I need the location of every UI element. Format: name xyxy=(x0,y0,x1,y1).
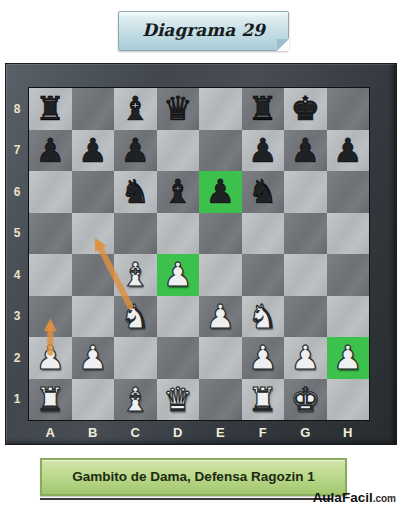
square-g5[interactable] xyxy=(284,213,327,255)
white-rook-f1: ♜ xyxy=(248,383,278,416)
watermark: AulaFacil.com xyxy=(313,488,396,506)
square-b4[interactable] xyxy=(72,254,115,296)
white-bishop-c4: ♝ xyxy=(120,258,150,291)
black-bishop-c8: ♝ xyxy=(120,92,150,125)
square-h3[interactable] xyxy=(327,296,370,338)
black-knight-c6: ♞ xyxy=(120,175,150,208)
square-f3[interactable]: ♞ xyxy=(242,296,285,338)
square-d6[interactable]: ♝ xyxy=(157,171,200,213)
square-e7[interactable] xyxy=(199,130,242,172)
chess-board: 87654321 ♜♝♛♜♚♟♟♟♟♟♟♞♝♟♞♝♟♞♟♞♟♟♟♟♟♜♝♛♜♚ … xyxy=(5,63,397,445)
black-pawn-c7: ♟ xyxy=(120,134,150,167)
black-bishop-d6: ♝ xyxy=(163,175,193,208)
square-a2[interactable]: ♟ xyxy=(29,337,72,379)
square-g4[interactable] xyxy=(284,254,327,296)
black-rook-a8: ♜ xyxy=(35,92,65,125)
white-knight-f3: ♞ xyxy=(248,300,278,333)
square-b7[interactable]: ♟ xyxy=(72,130,115,172)
square-b3[interactable] xyxy=(72,296,115,338)
square-e2[interactable] xyxy=(199,337,242,379)
white-king-g1: ♚ xyxy=(290,383,320,416)
black-king-g8: ♚ xyxy=(290,92,320,125)
white-pawn-a2: ♟ xyxy=(35,341,65,374)
square-c5[interactable] xyxy=(114,213,157,255)
square-b6[interactable] xyxy=(72,171,115,213)
file-label-b: B xyxy=(72,421,115,444)
white-pawn-e3: ♟ xyxy=(205,300,235,333)
square-f6[interactable]: ♞ xyxy=(242,171,285,213)
square-f7[interactable]: ♟ xyxy=(242,130,285,172)
diagram-title: Diagrama 29 xyxy=(119,12,288,49)
title-box: Diagrama 29 xyxy=(118,11,289,51)
square-a7[interactable]: ♟ xyxy=(29,130,72,172)
black-pawn-g7: ♟ xyxy=(290,134,320,167)
square-g7[interactable]: ♟ xyxy=(284,130,327,172)
square-b8[interactable] xyxy=(72,88,115,130)
rank-label-1: 1 xyxy=(6,379,28,421)
square-e3[interactable]: ♟ xyxy=(199,296,242,338)
black-queen-d8: ♛ xyxy=(163,92,193,125)
rank-label-7: 7 xyxy=(6,130,28,172)
file-label-g: G xyxy=(284,421,327,444)
square-f2[interactable]: ♟ xyxy=(242,337,285,379)
square-e8[interactable] xyxy=(199,88,242,130)
square-a5[interactable] xyxy=(29,213,72,255)
square-d7[interactable] xyxy=(157,130,200,172)
square-a3[interactable] xyxy=(29,296,72,338)
white-queen-d1: ♛ xyxy=(163,383,193,416)
square-g6[interactable] xyxy=(284,171,327,213)
board-squares: ♜♝♛♜♚♟♟♟♟♟♟♞♝♟♞♝♟♞♟♞♟♟♟♟♟♜♝♛♜♚ xyxy=(28,87,370,421)
rank-labels: 87654321 xyxy=(6,88,28,420)
square-d4[interactable]: ♟ xyxy=(157,254,200,296)
square-d5[interactable] xyxy=(157,213,200,255)
white-pawn-f2: ♟ xyxy=(248,341,278,374)
black-pawn-e6: ♟ xyxy=(205,175,235,208)
square-d1[interactable]: ♛ xyxy=(157,379,200,421)
black-pawn-b7: ♟ xyxy=(78,134,108,167)
square-b5[interactable] xyxy=(72,213,115,255)
file-label-a: A xyxy=(29,421,72,444)
white-pawn-d4: ♟ xyxy=(163,258,193,291)
white-knight-c3: ♞ xyxy=(120,300,150,333)
fold-corner-flap xyxy=(277,39,289,51)
square-g8[interactable]: ♚ xyxy=(284,88,327,130)
square-f8[interactable]: ♜ xyxy=(242,88,285,130)
square-h7[interactable]: ♟ xyxy=(327,130,370,172)
square-a8[interactable]: ♜ xyxy=(29,88,72,130)
square-g2[interactable]: ♟ xyxy=(284,337,327,379)
square-h1[interactable] xyxy=(327,379,370,421)
file-label-e: E xyxy=(199,421,242,444)
square-a6[interactable] xyxy=(29,171,72,213)
rank-label-5: 5 xyxy=(6,213,28,255)
square-a1[interactable]: ♜ xyxy=(29,379,72,421)
square-h5[interactable] xyxy=(327,213,370,255)
white-bishop-c1: ♝ xyxy=(120,383,150,416)
watermark-tld: .com xyxy=(373,493,396,504)
square-f5[interactable] xyxy=(242,213,285,255)
square-b1[interactable] xyxy=(72,379,115,421)
rank-label-8: 8 xyxy=(6,88,28,130)
watermark-brand: AulaFacil xyxy=(313,490,373,505)
square-e6[interactable]: ♟ xyxy=(199,171,242,213)
square-c4[interactable]: ♝ xyxy=(114,254,157,296)
square-c6[interactable]: ♞ xyxy=(114,171,157,213)
page: Diagrama 29 87654321 ♜♝♛♜♚♟♟♟♟♟♟♞♝♟♞♝♟♞♟… xyxy=(0,0,400,506)
square-c2[interactable] xyxy=(114,337,157,379)
white-pawn-h2: ♟ xyxy=(333,341,363,374)
square-c8[interactable]: ♝ xyxy=(114,88,157,130)
black-pawn-f7: ♟ xyxy=(248,134,278,167)
square-h4[interactable] xyxy=(327,254,370,296)
square-h8[interactable] xyxy=(327,88,370,130)
file-label-c: C xyxy=(114,421,157,444)
black-pawn-a7: ♟ xyxy=(35,134,65,167)
white-rook-a1: ♜ xyxy=(35,383,65,416)
square-e4[interactable] xyxy=(199,254,242,296)
file-labels: ABCDEFGH xyxy=(29,421,369,444)
rank-label-3: 3 xyxy=(6,296,28,338)
rank-label-2: 2 xyxy=(6,337,28,379)
black-knight-f6: ♞ xyxy=(248,175,278,208)
square-h2[interactable]: ♟ xyxy=(327,337,370,379)
square-g1[interactable]: ♚ xyxy=(284,379,327,421)
file-label-h: H xyxy=(327,421,370,444)
white-pawn-g2: ♟ xyxy=(290,341,320,374)
bottom-rule xyxy=(40,498,332,500)
square-c1[interactable]: ♝ xyxy=(114,379,157,421)
file-label-d: D xyxy=(157,421,200,444)
rank-label-4: 4 xyxy=(6,254,28,296)
square-h6[interactable] xyxy=(327,171,370,213)
black-rook-f8: ♜ xyxy=(248,92,278,125)
square-c3[interactable]: ♞ xyxy=(114,296,157,338)
square-d2[interactable] xyxy=(157,337,200,379)
square-a4[interactable] xyxy=(29,254,72,296)
square-c7[interactable]: ♟ xyxy=(114,130,157,172)
square-f1[interactable]: ♜ xyxy=(242,379,285,421)
square-g3[interactable] xyxy=(284,296,327,338)
black-pawn-h7: ♟ xyxy=(333,134,363,167)
caption-text: Gambito de Dama, Defensa Ragozin 1 xyxy=(42,460,345,493)
white-pawn-b2: ♟ xyxy=(78,341,108,374)
caption-box: Gambito de Dama, Defensa Ragozin 1 xyxy=(40,458,347,496)
rank-label-6: 6 xyxy=(6,171,28,213)
square-e1[interactable] xyxy=(199,379,242,421)
file-label-f: F xyxy=(242,421,285,444)
square-d8[interactable]: ♛ xyxy=(157,88,200,130)
square-d3[interactable] xyxy=(157,296,200,338)
square-e5[interactable] xyxy=(199,213,242,255)
square-b2[interactable]: ♟ xyxy=(72,337,115,379)
square-f4[interactable] xyxy=(242,254,285,296)
